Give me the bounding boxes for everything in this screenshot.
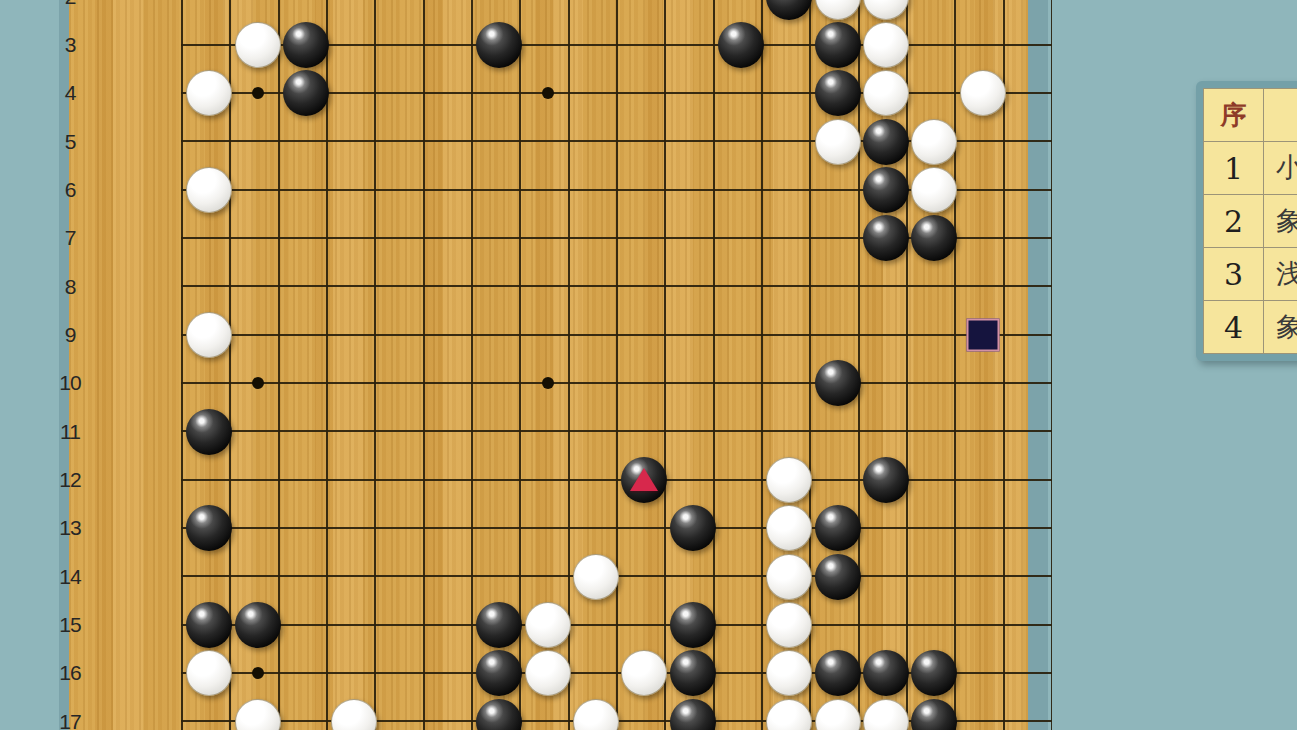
row-label: 4 — [52, 81, 88, 105]
star-point — [252, 377, 264, 389]
black-stone — [476, 602, 522, 648]
black-stone — [911, 650, 957, 696]
table-row-name: 浅 — [1264, 248, 1297, 300]
go-app-page: { "game": "go", "app": { "background_col… — [0, 0, 1297, 730]
black-stone — [476, 650, 522, 696]
black-stone — [863, 215, 909, 261]
white-stone — [573, 554, 619, 600]
white-stone — [863, 22, 909, 68]
table-row-name: 象 — [1264, 301, 1297, 353]
row-label: 9 — [52, 323, 88, 347]
black-stone — [186, 505, 232, 551]
table-row-number: 3 — [1204, 248, 1263, 300]
white-stone — [815, 119, 861, 165]
black-stone — [476, 22, 522, 68]
black-stone — [670, 602, 716, 648]
black-stone — [670, 650, 716, 696]
black-stone — [863, 457, 909, 503]
white-stone — [186, 650, 232, 696]
black-stone — [235, 602, 281, 648]
white-stone — [911, 119, 957, 165]
table-header-order: 序 — [1204, 89, 1263, 141]
star-point — [542, 377, 554, 389]
white-stone — [911, 167, 957, 213]
star-point — [252, 87, 264, 99]
black-stone — [186, 602, 232, 648]
white-stone — [525, 650, 571, 696]
black-stone — [670, 505, 716, 551]
black-stone — [815, 650, 861, 696]
row-label: 14 — [52, 565, 88, 589]
black-stone — [718, 22, 764, 68]
black-stone — [283, 22, 329, 68]
white-stone — [766, 505, 812, 551]
black-stone — [815, 505, 861, 551]
row-label: 13 — [52, 516, 88, 540]
table-row-name: 小 — [1264, 142, 1297, 194]
white-stone — [186, 167, 232, 213]
white-stone — [766, 650, 812, 696]
square-marker — [966, 318, 999, 351]
row-label: 7 — [52, 226, 88, 250]
black-stone — [283, 70, 329, 116]
row-label: 10 — [52, 371, 88, 395]
table-row-number: 1 — [1204, 142, 1263, 194]
row-label: 2 — [52, 0, 88, 9]
black-stone — [863, 167, 909, 213]
row-label: 5 — [52, 130, 88, 154]
white-stone — [621, 650, 667, 696]
row-label: 11 — [52, 420, 88, 444]
black-stone — [815, 554, 861, 600]
white-stone — [863, 70, 909, 116]
white-stone — [960, 70, 1006, 116]
black-stone — [815, 70, 861, 116]
white-stone — [766, 554, 812, 600]
white-stone — [766, 602, 812, 648]
black-stone — [815, 360, 861, 406]
row-label: 17 — [52, 710, 88, 730]
white-stone — [186, 70, 232, 116]
row-label: 3 — [52, 33, 88, 57]
black-stone — [186, 409, 232, 455]
white-stone — [766, 457, 812, 503]
black-stone — [911, 215, 957, 261]
star-point — [252, 667, 264, 679]
last-move-triangle-marker — [630, 468, 658, 491]
white-stone — [525, 602, 571, 648]
row-label: 12 — [52, 468, 88, 492]
star-point — [542, 87, 554, 99]
black-stone — [863, 119, 909, 165]
black-stone — [815, 22, 861, 68]
variation-table: 序 1小2象3浅4象 — [1196, 81, 1297, 361]
variation-table-grid: 序 1小2象3浅4象 — [1203, 88, 1297, 354]
white-stone — [235, 22, 281, 68]
table-row-name: 象 — [1264, 195, 1297, 247]
row-label: 6 — [52, 178, 88, 202]
table-row-number: 2 — [1204, 195, 1263, 247]
table-header-name — [1264, 89, 1297, 141]
black-stone — [863, 650, 909, 696]
white-stone — [186, 312, 232, 358]
row-label: 8 — [52, 275, 88, 299]
row-label: 16 — [52, 661, 88, 685]
table-row-number: 4 — [1204, 301, 1263, 353]
row-label: 15 — [52, 613, 88, 637]
